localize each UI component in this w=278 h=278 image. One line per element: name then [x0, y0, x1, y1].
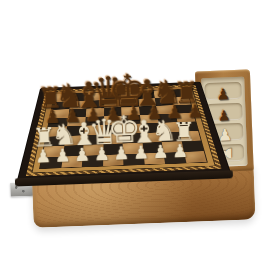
board-slot: ♟ — [33, 146, 53, 160]
light-pawn: ♟ — [113, 146, 130, 160]
board-slot: ♟ — [52, 145, 72, 159]
board-slot: ♟ — [111, 143, 131, 157]
tray-compartment: ♟ — [204, 82, 242, 100]
board-slot: ♟ — [170, 140, 190, 154]
board-slot: ♟ — [92, 143, 112, 157]
chess-set-photo: ♟♟♟♟ ♜♞♝♛♚♝♞♜♟♟♟♟♟♟♟♟♜♞♝♛♚♝♞♜♟♟♟♟♟♟♟♟ — [0, 0, 278, 278]
light-pawn-rank: ♟♟♟♟♟♟♟♟ — [31, 90, 190, 160]
light-pawn: ♟ — [172, 143, 189, 157]
light-pawn: ♟ — [133, 145, 150, 159]
board-slot: ♟ — [131, 142, 151, 156]
light-pawn: ♟ — [152, 144, 169, 158]
spare-dark-pawn: ♟ — [218, 110, 231, 121]
light-pawn: ♟ — [74, 147, 91, 161]
spare-light-pawn: ♟ — [217, 130, 232, 143]
board-slot: ♟ — [150, 141, 170, 155]
board-slot: ♟ — [72, 144, 92, 158]
spare-dark-pawn: ♟ — [216, 89, 230, 101]
light-pawn: ♟ — [93, 146, 110, 160]
pieces-layer: ♜♞♝♛♚♝♞♜♟♟♟♟♟♟♟♟♜♞♝♛♚♝♞♜♟♟♟♟♟♟♟♟ — [0, 0, 273, 5]
light-pawn: ♟ — [35, 149, 52, 163]
light-pawn: ♟ — [54, 148, 71, 162]
